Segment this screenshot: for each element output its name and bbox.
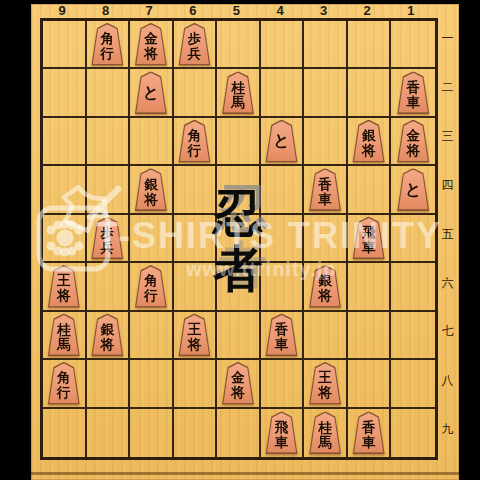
shogi-piece-飛車: 飛車 [265,411,299,454]
row-label-七: 七 [439,323,456,340]
board-cell-2二 [348,69,392,117]
board-cell-7八 [130,360,174,408]
board-cell-3二 [304,69,348,117]
watermark-url-text: www.ttrinity.jp [186,258,337,281]
piece-kanji: と [265,120,299,163]
board-cell-2一 [348,21,392,69]
board-cell-9一 [43,21,87,69]
piece-kanji: 王将 [308,362,342,405]
board-cell-1一 [391,21,435,69]
shogi-piece-銀将: 銀将 [90,313,124,356]
board-cell-3三 [304,118,348,166]
board-cell-8一: 角行 [87,21,131,69]
shogi-piece-歩兵: 歩兵 [177,23,211,66]
column-label-8: 8 [84,3,128,18]
board-cell-6三: 角行 [174,118,218,166]
board-cell-1三: 金将 [391,118,435,166]
board-cell-8八 [87,360,131,408]
board-cell-5二: 桂馬 [217,69,261,117]
piece-kanji: 桂馬 [47,313,81,356]
board-cell-3四: 香車 [304,166,348,214]
column-label-7: 7 [127,3,171,18]
board-cell-6八 [174,360,218,408]
board-cell-8三 [87,118,131,166]
board-cell-8二 [87,69,131,117]
row-label-八: 八 [439,372,456,389]
board-cell-1二: 香車 [391,69,435,117]
board-cell-8七: 銀将 [87,312,131,360]
board-cell-6二 [174,69,218,117]
piece-kanji: 香車 [265,313,299,356]
row-label-四: 四 [439,177,456,194]
board-cell-3一 [304,21,348,69]
board-cell-2三: 銀将 [348,118,392,166]
board-cell-7二: と [130,69,174,117]
board-cell-6七: 王将 [174,312,218,360]
shogi-piece-金将: 金将 [221,362,255,405]
board-cell-7七 [130,312,174,360]
piece-kanji: 歩兵 [177,23,211,66]
piece-kanji: と [396,168,430,211]
board-cell-2四 [348,166,392,214]
board-cell-1六 [391,263,435,311]
column-label-1: 1 [389,3,433,18]
board-cell-9九 [43,409,87,457]
board-cell-5八: 金将 [217,360,261,408]
shogi-piece-王将: 王将 [177,313,211,356]
shogi-piece-と: と [134,71,168,114]
shogi-piece-銀将: 銀将 [352,120,386,163]
board-cell-1七 [391,312,435,360]
row-label-三: 三 [439,128,456,145]
column-label-2: 2 [345,3,389,18]
shogi-piece-と: と [265,120,299,163]
board-cell-5七 [217,312,261,360]
board-cell-9八: 角行 [43,360,87,408]
board-cell-3九: 桂馬 [304,409,348,457]
piece-kanji: 飛車 [265,411,299,454]
board-cell-2七 [348,312,392,360]
piece-kanji: 香車 [308,168,342,211]
shogi-piece-金将: 金将 [134,23,168,66]
piece-kanji: 角行 [90,23,124,66]
piece-kanji: 金将 [221,362,255,405]
piece-kanji: 香車 [352,411,386,454]
shogi-piece-桂馬: 桂馬 [47,313,81,356]
piece-kanji: 角行 [177,120,211,163]
board-cell-9二 [43,69,87,117]
board-cell-1九 [391,409,435,457]
piece-kanji: 金将 [396,120,430,163]
shogi-piece-角行: 角行 [47,362,81,405]
board-cell-4二 [261,69,305,117]
board-cell-5三 [217,118,261,166]
board-cell-2六 [348,263,392,311]
board-cell-1八 [391,360,435,408]
board-cell-4七: 香車 [261,312,305,360]
column-label-4: 4 [258,3,302,18]
board-cell-3八: 王将 [304,360,348,408]
piece-kanji: 銀将 [352,120,386,163]
shogi-ninja-design: 987654321 一二三四五六七八九 角行金将歩兵と桂馬香車角行と銀将金将銀将… [0,0,480,480]
board-cell-9七: 桂馬 [43,312,87,360]
board-cell-7一: 金将 [130,21,174,69]
shogi-piece-と: と [396,168,430,211]
row-label-六: 六 [439,275,456,292]
board-cell-7九 [130,409,174,457]
row-label-一: 一 [439,30,456,47]
board-cell-9三 [43,118,87,166]
board-cell-8九 [87,409,131,457]
watermark-brand-text: T-SHIRTS TRINITY [96,215,442,257]
shogi-piece-桂馬: 桂馬 [221,71,255,114]
piece-kanji: と [134,71,168,114]
shogi-piece-香車: 香車 [352,411,386,454]
piece-kanji: 桂馬 [308,411,342,454]
piece-kanji: 香車 [396,71,430,114]
piece-kanji: 角行 [47,362,81,405]
board-cell-4九: 飛車 [261,409,305,457]
board-cell-2八 [348,360,392,408]
piece-kanji: 金将 [134,23,168,66]
column-label-6: 6 [171,3,215,18]
shogi-piece-金将: 金将 [396,120,430,163]
row-label-二: 二 [439,79,456,96]
board-cell-6一: 歩兵 [174,21,218,69]
board-cell-5一 [217,21,261,69]
board-cell-3七 [304,312,348,360]
piece-kanji: 王将 [177,313,211,356]
board-cell-5九 [217,409,261,457]
board-cell-4一 [261,21,305,69]
piece-kanji: 桂馬 [221,71,255,114]
shogi-piece-香車: 香車 [396,71,430,114]
shogi-piece-角行: 角行 [177,120,211,163]
shogi-piece-角行: 角行 [90,23,124,66]
column-label-9: 9 [40,3,84,18]
column-label-3: 3 [302,3,346,18]
board-cell-7三 [130,118,174,166]
shogi-piece-王将: 王将 [308,362,342,405]
board-cell-4三: と [261,118,305,166]
board-cell-4八 [261,360,305,408]
piece-kanji: 銀将 [90,313,124,356]
row-label-九: 九 [439,421,456,438]
shogi-piece-香車: 香車 [265,313,299,356]
column-label-5: 5 [214,3,258,18]
shogi-piece-香車: 香車 [308,168,342,211]
board-cell-6九 [174,409,218,457]
board-cell-1四: と [391,166,435,214]
board-cell-2九: 香車 [348,409,392,457]
shogi-piece-桂馬: 桂馬 [308,411,342,454]
